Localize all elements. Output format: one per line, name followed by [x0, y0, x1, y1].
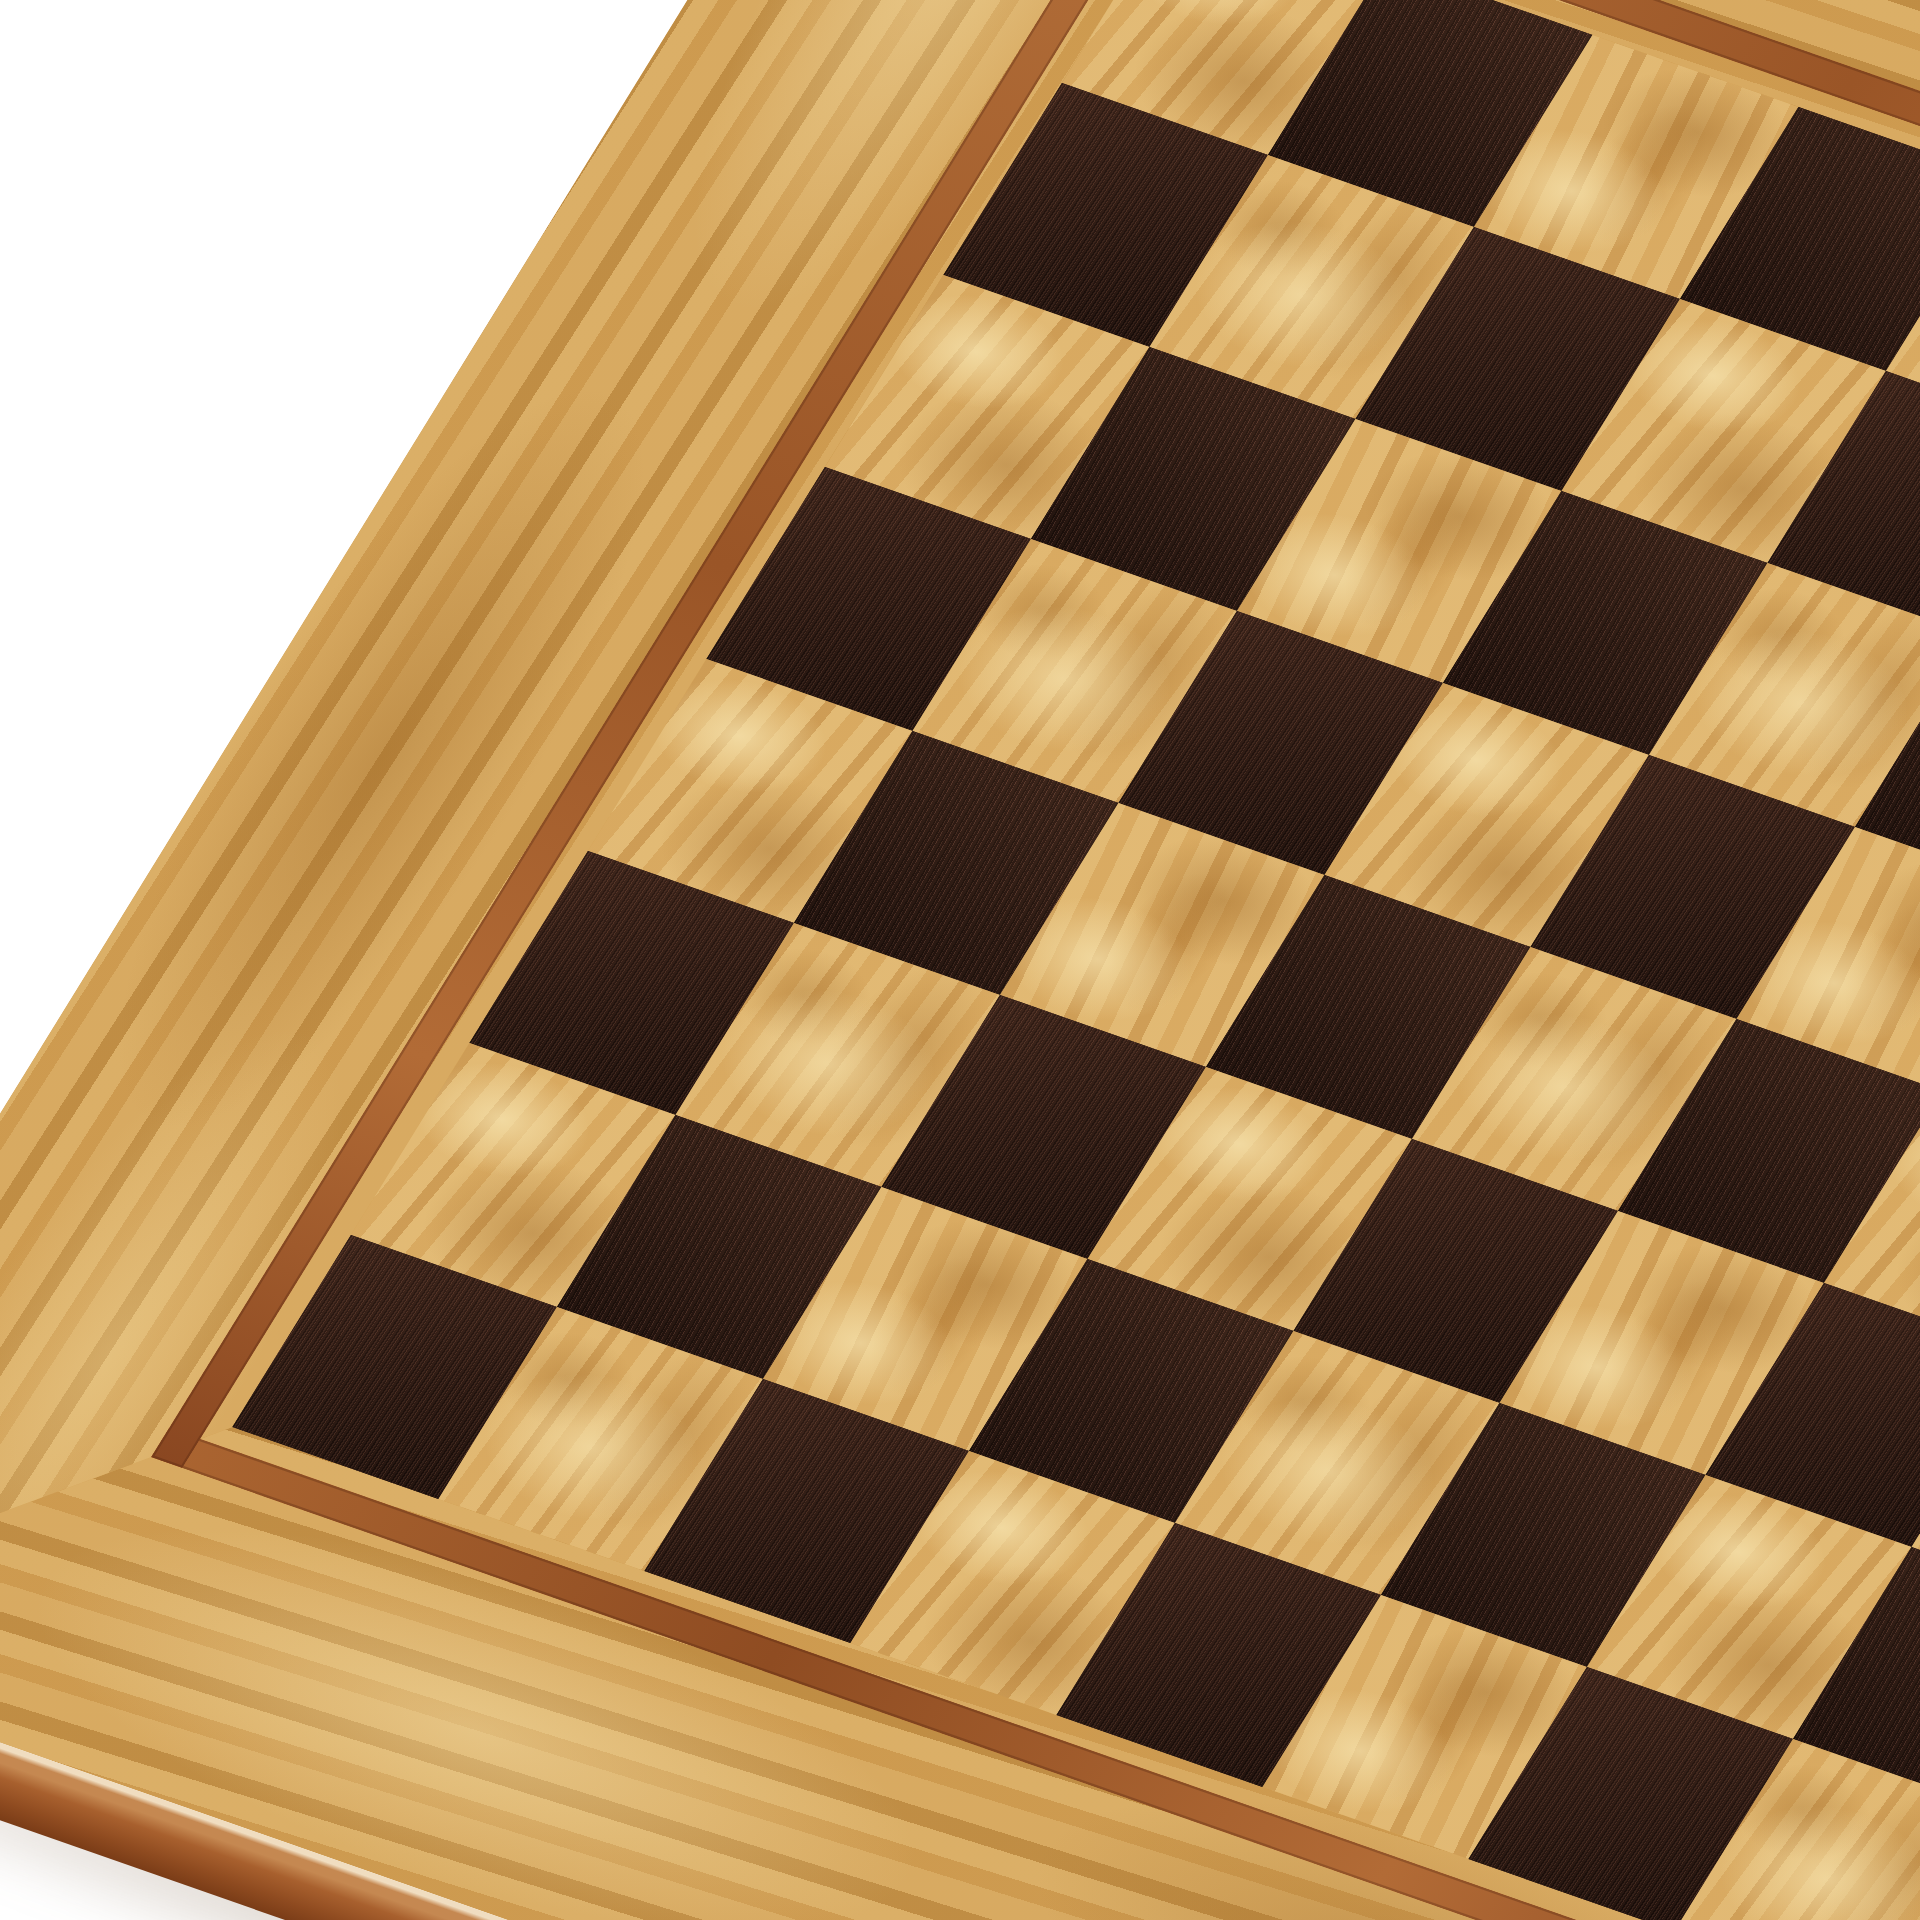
photo-background — [0, 0, 1920, 1920]
chessboard — [0, 0, 1920, 1920]
